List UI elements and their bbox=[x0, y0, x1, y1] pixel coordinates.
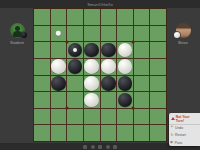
menu-item-pass-label: Pass bbox=[175, 141, 183, 145]
board-cell-3-4[interactable] bbox=[101, 59, 117, 75]
titlebar: SmartOthello bbox=[0, 0, 200, 8]
player-left-name: Student bbox=[2, 40, 32, 45]
board-cell-2-7[interactable] bbox=[150, 42, 166, 58]
board-cell-6-2[interactable] bbox=[67, 109, 83, 125]
board-cell-5-6[interactable] bbox=[134, 92, 150, 108]
white-disc bbox=[84, 59, 99, 74]
board-cell-0-4[interactable] bbox=[101, 9, 117, 25]
board-cell-1-6[interactable] bbox=[134, 26, 150, 42]
board-cell-5-4[interactable] bbox=[101, 92, 117, 108]
toolbar-icon-5[interactable] bbox=[113, 145, 117, 149]
white-disc bbox=[101, 59, 116, 74]
board-cell-4-7[interactable] bbox=[150, 76, 166, 92]
board-cell-4-1[interactable] bbox=[51, 76, 67, 92]
board-cell-5-3[interactable] bbox=[84, 92, 100, 108]
toolbar-icon-2[interactable] bbox=[91, 145, 95, 149]
board-cell-1-3[interactable] bbox=[84, 26, 100, 42]
board-cell-1-1[interactable] bbox=[51, 26, 67, 42]
board-cell-2-3[interactable] bbox=[84, 42, 100, 58]
board-cell-3-5[interactable] bbox=[117, 59, 133, 75]
alert-popup: Not Your Turn! ↶ Undo ↻ Restart ▶ Pass bbox=[169, 113, 200, 146]
board-cell-1-5[interactable] bbox=[117, 26, 133, 42]
black-disc bbox=[118, 76, 133, 91]
white-disc bbox=[84, 76, 99, 91]
board-cell-2-1[interactable] bbox=[51, 42, 67, 58]
white-disc bbox=[84, 93, 99, 108]
board-cell-7-1[interactable] bbox=[51, 125, 67, 141]
hint-dot bbox=[56, 31, 61, 36]
black-disc bbox=[101, 43, 116, 58]
board-cell-7-7[interactable] bbox=[150, 125, 166, 141]
board-cell-6-1[interactable] bbox=[51, 109, 67, 125]
board-cell-7-6[interactable] bbox=[134, 125, 150, 141]
board-cell-0-3[interactable] bbox=[84, 9, 100, 25]
board-cell-2-4[interactable] bbox=[101, 42, 117, 58]
player-right-panel: Brian bbox=[168, 23, 198, 45]
menu-item-restart[interactable]: ↻ Restart bbox=[169, 132, 200, 139]
board-cell-0-5[interactable] bbox=[117, 9, 133, 25]
board-cell-7-2[interactable] bbox=[67, 125, 83, 141]
menu-item-undo-label: Undo bbox=[175, 126, 183, 130]
window-title: SmartOthello bbox=[87, 2, 113, 7]
board-cell-3-7[interactable] bbox=[150, 59, 166, 75]
board-cell-7-0[interactable] bbox=[34, 125, 50, 141]
white-disc bbox=[118, 59, 133, 74]
white-disc bbox=[51, 59, 66, 74]
restart-icon: ↻ bbox=[171, 134, 174, 138]
board-cell-6-0[interactable] bbox=[34, 109, 50, 125]
board-cell-6-4[interactable] bbox=[101, 109, 117, 125]
board-cell-0-1[interactable] bbox=[51, 9, 67, 25]
board-cell-6-7[interactable] bbox=[150, 109, 166, 125]
board-cell-2-2[interactable] bbox=[67, 42, 83, 58]
board-cell-5-2[interactable] bbox=[67, 92, 83, 108]
board-cell-1-0[interactable] bbox=[34, 26, 50, 42]
board-cell-0-6[interactable] bbox=[134, 9, 150, 25]
board-cell-4-0[interactable] bbox=[34, 76, 50, 92]
board-cell-6-5[interactable] bbox=[117, 109, 133, 125]
board-cell-3-6[interactable] bbox=[134, 59, 150, 75]
undo-icon: ↶ bbox=[171, 126, 174, 130]
menu-item-undo[interactable]: ↶ Undo bbox=[169, 125, 200, 132]
board-cell-4-6[interactable] bbox=[134, 76, 150, 92]
black-disc bbox=[118, 93, 133, 108]
board-cell-1-2[interactable] bbox=[67, 26, 83, 42]
board-cell-5-5[interactable] bbox=[117, 92, 133, 108]
toolbar-icon-1[interactable] bbox=[83, 145, 87, 149]
toolbar-icon-3[interactable] bbox=[98, 145, 102, 149]
warning-icon bbox=[171, 117, 175, 120]
board-cell-0-2[interactable] bbox=[67, 9, 83, 25]
player-left-panel: Student bbox=[2, 23, 32, 45]
white-disc bbox=[118, 43, 133, 58]
board-cell-5-1[interactable] bbox=[51, 92, 67, 108]
board-cell-3-3[interactable] bbox=[84, 59, 100, 75]
black-disc bbox=[68, 59, 83, 74]
board-cell-4-5[interactable] bbox=[117, 76, 133, 92]
board-cell-7-4[interactable] bbox=[101, 125, 117, 141]
last-move-marker bbox=[73, 48, 77, 52]
player-right-avatar bbox=[176, 23, 191, 38]
board-cell-1-7[interactable] bbox=[150, 26, 166, 42]
board-cell-3-1[interactable] bbox=[51, 59, 67, 75]
board-cell-3-2[interactable] bbox=[67, 59, 83, 75]
menu-item-restart-label: Restart bbox=[175, 133, 186, 137]
board-cell-2-5[interactable] bbox=[117, 42, 133, 58]
board-cell-6-6[interactable] bbox=[134, 109, 150, 125]
board-cell-3-0[interactable] bbox=[34, 59, 50, 75]
black-disc bbox=[101, 76, 116, 91]
board-cell-2-0[interactable] bbox=[34, 42, 50, 58]
board-cell-1-4[interactable] bbox=[101, 26, 117, 42]
board-cell-5-0[interactable] bbox=[34, 92, 50, 108]
board-grid bbox=[34, 9, 166, 141]
black-disc bbox=[84, 43, 99, 58]
board-cell-5-7[interactable] bbox=[150, 92, 166, 108]
pass-icon: ▶ bbox=[171, 141, 174, 145]
black-disc bbox=[68, 43, 83, 58]
board-cell-4-3[interactable] bbox=[84, 76, 100, 92]
popup-header: Not Your Turn! bbox=[169, 113, 200, 125]
menu-item-pass[interactable]: ▶ Pass bbox=[169, 139, 200, 146]
board-cell-7-5[interactable] bbox=[117, 125, 133, 141]
othello-board bbox=[33, 8, 167, 142]
board-cell-0-0[interactable] bbox=[34, 9, 50, 25]
black-disc-badge bbox=[21, 32, 27, 38]
player-right-name: Brian bbox=[168, 40, 198, 45]
board-cell-2-6[interactable] bbox=[134, 42, 150, 58]
player-left-avatar bbox=[10, 23, 25, 38]
board-cell-6-3[interactable] bbox=[84, 109, 100, 125]
board-cell-0-7[interactable] bbox=[150, 9, 166, 25]
board-cell-4-4[interactable] bbox=[101, 76, 117, 92]
white-disc-badge bbox=[174, 32, 180, 38]
black-disc bbox=[51, 76, 66, 91]
popup-header-label: Not Your Turn! bbox=[176, 115, 199, 123]
toolbar-icon-4[interactable] bbox=[106, 145, 110, 149]
board-cell-7-3[interactable] bbox=[84, 125, 100, 141]
board-cell-4-2[interactable] bbox=[67, 76, 83, 92]
